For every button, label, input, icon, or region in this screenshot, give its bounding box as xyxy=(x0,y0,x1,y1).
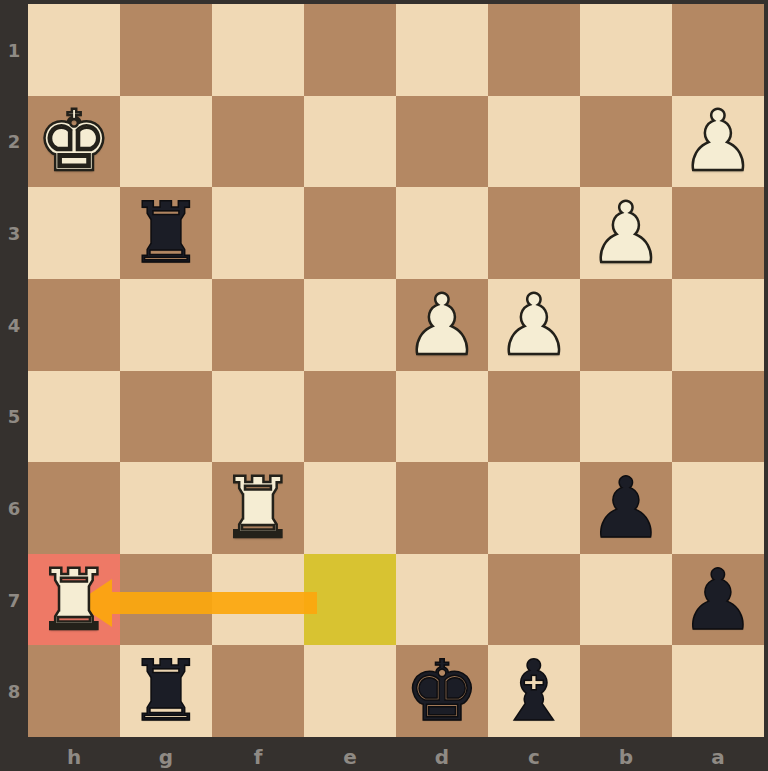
square-h6[interactable] xyxy=(28,462,120,554)
white-king-h2[interactable]: ♚ xyxy=(28,96,120,188)
square-f8[interactable] xyxy=(212,645,304,737)
file-label-g: g xyxy=(120,743,212,771)
file-label-c: c xyxy=(488,743,580,771)
square-b8[interactable] xyxy=(580,645,672,737)
square-a6[interactable] xyxy=(672,462,764,554)
square-b3[interactable]: ♟ xyxy=(580,187,672,279)
rank-label-1: 1 xyxy=(0,39,28,60)
square-d4[interactable]: ♟ xyxy=(396,279,488,371)
square-f2[interactable] xyxy=(212,96,304,188)
square-e1[interactable] xyxy=(304,4,396,96)
square-c1[interactable] xyxy=(488,4,580,96)
square-e7[interactable] xyxy=(304,554,396,646)
black-bishop-c8[interactable]: ♝ xyxy=(488,645,580,737)
file-label-d: d xyxy=(396,743,488,771)
square-h2[interactable]: ♚ xyxy=(28,96,120,188)
black-king-d8[interactable]: ♚ xyxy=(396,645,488,737)
square-e6[interactable] xyxy=(304,462,396,554)
square-a5[interactable] xyxy=(672,371,764,463)
file-label-b: b xyxy=(580,743,672,771)
square-f1[interactable] xyxy=(212,4,304,96)
square-d3[interactable] xyxy=(396,187,488,279)
white-pawn-d4[interactable]: ♟ xyxy=(396,279,488,371)
black-pawn-b6[interactable]: ♟ xyxy=(580,462,672,554)
square-f6[interactable]: ♜ xyxy=(212,462,304,554)
square-c7[interactable] xyxy=(488,554,580,646)
square-b2[interactable] xyxy=(580,96,672,188)
square-c5[interactable] xyxy=(488,371,580,463)
square-h4[interactable] xyxy=(28,279,120,371)
rank-label-5: 5 xyxy=(0,406,28,427)
square-g8[interactable]: ♜ xyxy=(120,645,212,737)
square-a8[interactable] xyxy=(672,645,764,737)
square-c2[interactable] xyxy=(488,96,580,188)
square-e8[interactable] xyxy=(304,645,396,737)
white-rook-h7[interactable]: ♜ xyxy=(28,554,120,646)
file-label-f: f xyxy=(212,743,304,771)
square-b6[interactable]: ♟ xyxy=(580,462,672,554)
square-g2[interactable] xyxy=(120,96,212,188)
square-e3[interactable] xyxy=(304,187,396,279)
black-pawn-a7[interactable]: ♟ xyxy=(672,554,764,646)
square-a3[interactable] xyxy=(672,187,764,279)
square-d5[interactable] xyxy=(396,371,488,463)
rank-label-6: 6 xyxy=(0,497,28,518)
square-c8[interactable]: ♝ xyxy=(488,645,580,737)
square-f4[interactable] xyxy=(212,279,304,371)
rank-label-4: 4 xyxy=(0,314,28,335)
square-g3[interactable]: ♜ xyxy=(120,187,212,279)
square-a4[interactable] xyxy=(672,279,764,371)
chess-board: ♚♟♜♟♟♟♜♟♜♟♜♚♝ xyxy=(28,4,764,737)
square-d7[interactable] xyxy=(396,554,488,646)
square-d1[interactable] xyxy=(396,4,488,96)
square-a7[interactable]: ♟ xyxy=(672,554,764,646)
square-h7[interactable]: ♜ xyxy=(28,554,120,646)
square-a2[interactable]: ♟ xyxy=(672,96,764,188)
white-pawn-b3[interactable]: ♟ xyxy=(580,187,672,279)
square-c3[interactable] xyxy=(488,187,580,279)
white-pawn-c4[interactable]: ♟ xyxy=(488,279,580,371)
rank-label-3: 3 xyxy=(0,223,28,244)
square-h5[interactable] xyxy=(28,371,120,463)
square-a1[interactable] xyxy=(672,4,764,96)
square-c4[interactable]: ♟ xyxy=(488,279,580,371)
square-f5[interactable] xyxy=(212,371,304,463)
black-rook-g8[interactable]: ♜ xyxy=(120,645,212,737)
square-g1[interactable] xyxy=(120,4,212,96)
move-arrow-shaft xyxy=(112,592,317,614)
square-g6[interactable] xyxy=(120,462,212,554)
square-b1[interactable] xyxy=(580,4,672,96)
rank-label-2: 2 xyxy=(0,131,28,152)
square-b5[interactable] xyxy=(580,371,672,463)
square-b7[interactable] xyxy=(580,554,672,646)
square-c6[interactable] xyxy=(488,462,580,554)
square-e2[interactable] xyxy=(304,96,396,188)
white-pawn-a2[interactable]: ♟ xyxy=(672,96,764,188)
black-rook-g3[interactable]: ♜ xyxy=(120,187,212,279)
file-label-e: e xyxy=(304,743,396,771)
square-h1[interactable] xyxy=(28,4,120,96)
square-d6[interactable] xyxy=(396,462,488,554)
white-rook-f6[interactable]: ♜ xyxy=(212,462,304,554)
square-e5[interactable] xyxy=(304,371,396,463)
square-f3[interactable] xyxy=(212,187,304,279)
square-h8[interactable] xyxy=(28,645,120,737)
square-g5[interactable] xyxy=(120,371,212,463)
square-h3[interactable] xyxy=(28,187,120,279)
rank-label-7: 7 xyxy=(0,589,28,610)
square-e4[interactable] xyxy=(304,279,396,371)
rank-label-8: 8 xyxy=(0,681,28,702)
square-d2[interactable] xyxy=(396,96,488,188)
square-g4[interactable] xyxy=(120,279,212,371)
file-label-h: h xyxy=(28,743,120,771)
file-label-a: a xyxy=(672,743,764,771)
square-b4[interactable] xyxy=(580,279,672,371)
square-d8[interactable]: ♚ xyxy=(396,645,488,737)
